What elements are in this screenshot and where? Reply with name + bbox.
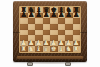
box-front-bevel xyxy=(17,56,83,59)
square-a1: ♜ xyxy=(20,46,28,52)
ground-shadow xyxy=(15,62,85,64)
square-e1: ♚ xyxy=(50,46,58,52)
square-b1: ♞ xyxy=(28,46,36,52)
box-seam-right xyxy=(80,32,87,33)
white-queen-d1: ♛ xyxy=(43,46,51,53)
square-g1: ♞ xyxy=(65,46,73,52)
square-d1: ♛ xyxy=(43,46,51,52)
chess-board-grid: ♜♞♝♛♚♝♞♜♟♟♟♟♟♟♟♟♟♟♟♟♟♟♟♟♜♞♝♛♚♝♞♜ xyxy=(20,7,80,52)
square-f1: ♝ xyxy=(58,46,66,52)
square-h1: ♜ xyxy=(73,46,81,52)
white-knight-g1: ♞ xyxy=(65,46,73,53)
white-bishop-f1: ♝ xyxy=(58,46,66,53)
white-rook-a1: ♜ xyxy=(20,46,28,53)
chess-set-photo: ♜♞♝♛♚♝♞♜♟♟♟♟♟♟♟♟♟♟♟♟♟♟♟♟♜♞♝♛♚♝♞♜ xyxy=(0,0,100,67)
white-king-e1: ♚ xyxy=(50,46,58,53)
white-bishop-c1: ♝ xyxy=(35,46,43,53)
hinge-icon xyxy=(27,62,33,66)
wooden-chess-box: ♜♞♝♛♚♝♞♜♟♟♟♟♟♟♟♟♟♟♟♟♟♟♟♟♜♞♝♛♚♝♞♜ xyxy=(13,1,87,62)
box-seam-left xyxy=(13,32,20,33)
white-knight-b1: ♞ xyxy=(28,46,36,53)
hinge-icon xyxy=(65,62,71,66)
square-c1: ♝ xyxy=(35,46,43,52)
white-rook-h1: ♜ xyxy=(73,46,81,53)
